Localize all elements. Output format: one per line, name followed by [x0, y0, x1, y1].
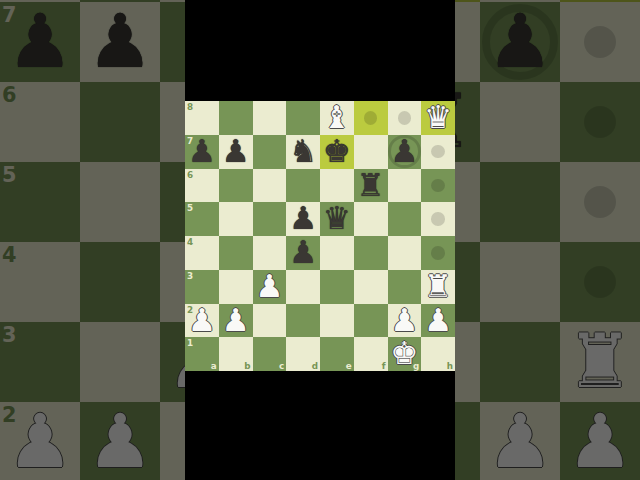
- square-e6[interactable]: [320, 169, 354, 203]
- file-label-d: d: [312, 361, 318, 371]
- video-strip: 8♝♛7♟♟♞♚♟6♜5♟♛4♟3♟♜2♟♟♟♟1abcdefg♚h: [185, 0, 455, 480]
- square-e1[interactable]: e: [320, 337, 354, 371]
- square-b1[interactable]: b: [219, 337, 253, 371]
- square-a6[interactable]: 6: [185, 169, 219, 203]
- square-a1[interactable]: 1a: [185, 337, 219, 371]
- square-e5[interactable]: ♛: [320, 202, 354, 236]
- square-h7[interactable]: [421, 135, 455, 169]
- square-d4[interactable]: ♟: [286, 236, 320, 270]
- square-e7[interactable]: ♚: [320, 135, 354, 169]
- square-a8[interactable]: 8: [185, 101, 219, 135]
- square-g5[interactable]: [388, 202, 422, 236]
- white-bishop[interactable]: ♝: [323, 102, 351, 133]
- square-c3[interactable]: ♟: [253, 270, 287, 304]
- move-hint-dot-h7[interactable]: [431, 145, 445, 159]
- screenshot-root: 8♝♛7♟♟♞♚♟6♜5♟♛4♟3♟♜2♟♟♟♟1abcdefg♚h 8♝♛7♟…: [0, 0, 640, 480]
- square-a5[interactable]: 5: [185, 202, 219, 236]
- black-knight[interactable]: ♞: [289, 136, 317, 167]
- rank-label-2: 2: [187, 305, 193, 315]
- move-hint-dot-g8[interactable]: [398, 111, 412, 125]
- square-b8[interactable]: [219, 101, 253, 135]
- square-e3[interactable]: [320, 270, 354, 304]
- square-f2[interactable]: [354, 304, 388, 338]
- file-label-a: a: [211, 361, 217, 371]
- file-label-c: c: [279, 361, 284, 371]
- white-queen[interactable]: ♛: [424, 102, 452, 133]
- square-h8[interactable]: ♛: [421, 101, 455, 135]
- square-d5[interactable]: ♟: [286, 202, 320, 236]
- square-f4[interactable]: [354, 236, 388, 270]
- square-c5[interactable]: [253, 202, 287, 236]
- white-pawn[interactable]: ♟: [424, 305, 452, 336]
- rank-label-8: 8: [187, 102, 193, 112]
- square-b2[interactable]: ♟: [219, 304, 253, 338]
- rank-label-4: 4: [187, 237, 193, 247]
- square-g7[interactable]: ♟: [388, 135, 422, 169]
- rank-label-7: 7: [187, 136, 193, 146]
- square-e4[interactable]: [320, 236, 354, 270]
- black-rook[interactable]: ♜: [357, 170, 385, 201]
- square-b3[interactable]: [219, 270, 253, 304]
- rank-label-3: 3: [187, 271, 193, 281]
- square-h5[interactable]: [421, 202, 455, 236]
- black-king[interactable]: ♚: [323, 136, 351, 167]
- square-d3[interactable]: [286, 270, 320, 304]
- file-label-h: h: [447, 361, 453, 371]
- black-queen[interactable]: ♛: [323, 203, 351, 234]
- square-c8[interactable]: [253, 101, 287, 135]
- square-g2[interactable]: ♟: [388, 304, 422, 338]
- file-label-b: b: [244, 361, 250, 371]
- square-h6[interactable]: [421, 169, 455, 203]
- white-pawn[interactable]: ♟: [222, 305, 250, 336]
- square-g6[interactable]: [388, 169, 422, 203]
- square-h3[interactable]: ♜: [421, 270, 455, 304]
- square-f6[interactable]: ♜: [354, 169, 388, 203]
- square-e2[interactable]: [320, 304, 354, 338]
- square-a7[interactable]: 7♟: [185, 135, 219, 169]
- file-label-f: f: [382, 361, 386, 371]
- square-a3[interactable]: 3: [185, 270, 219, 304]
- move-hint-dot-h5[interactable]: [431, 212, 445, 226]
- black-pawn[interactable]: ♟: [390, 136, 418, 167]
- square-d1[interactable]: d: [286, 337, 320, 371]
- square-d8[interactable]: [286, 101, 320, 135]
- move-hint-dot-h6[interactable]: [431, 179, 445, 193]
- white-rook[interactable]: ♜: [424, 271, 452, 302]
- rank-label-5: 5: [187, 203, 193, 213]
- rank-label-1: 1: [187, 338, 193, 348]
- square-d6[interactable]: [286, 169, 320, 203]
- black-pawn[interactable]: ♟: [222, 136, 250, 167]
- square-b5[interactable]: [219, 202, 253, 236]
- square-e8[interactable]: ♝: [320, 101, 354, 135]
- square-f1[interactable]: f: [354, 337, 388, 371]
- square-f7[interactable]: [354, 135, 388, 169]
- square-g4[interactable]: [388, 236, 422, 270]
- file-label-e: e: [346, 361, 352, 371]
- square-f5[interactable]: [354, 202, 388, 236]
- file-label-g: g: [413, 361, 419, 371]
- square-c2[interactable]: [253, 304, 287, 338]
- square-g3[interactable]: [388, 270, 422, 304]
- square-d2[interactable]: [286, 304, 320, 338]
- white-pawn[interactable]: ♟: [255, 271, 283, 302]
- square-b7[interactable]: ♟: [219, 135, 253, 169]
- square-f3[interactable]: [354, 270, 388, 304]
- square-a4[interactable]: 4: [185, 236, 219, 270]
- square-c6[interactable]: [253, 169, 287, 203]
- main-chess-board: 8♝♛7♟♟♞♚♟6♜5♟♛4♟3♟♜2♟♟♟♟1abcdefg♚h: [185, 101, 455, 371]
- square-g8[interactable]: [388, 101, 422, 135]
- square-b6[interactable]: [219, 169, 253, 203]
- square-g1[interactable]: g♚: [388, 337, 422, 371]
- square-h2[interactable]: ♟: [421, 304, 455, 338]
- square-h4[interactable]: [421, 236, 455, 270]
- black-pawn[interactable]: ♟: [289, 203, 317, 234]
- square-d7[interactable]: ♞: [286, 135, 320, 169]
- move-hint-dot-f8[interactable]: [364, 111, 378, 125]
- square-f8[interactable]: [354, 101, 388, 135]
- rank-label-6: 6: [187, 170, 193, 180]
- black-pawn[interactable]: ♟: [289, 237, 317, 268]
- square-a2[interactable]: 2♟: [185, 304, 219, 338]
- square-h1[interactable]: h: [421, 337, 455, 371]
- square-c4[interactable]: [253, 236, 287, 270]
- move-hint-dot-h4[interactable]: [431, 246, 445, 260]
- white-pawn[interactable]: ♟: [390, 305, 418, 336]
- square-c7[interactable]: [253, 135, 287, 169]
- square-c1[interactable]: c: [253, 337, 287, 371]
- square-b4[interactable]: [219, 236, 253, 270]
